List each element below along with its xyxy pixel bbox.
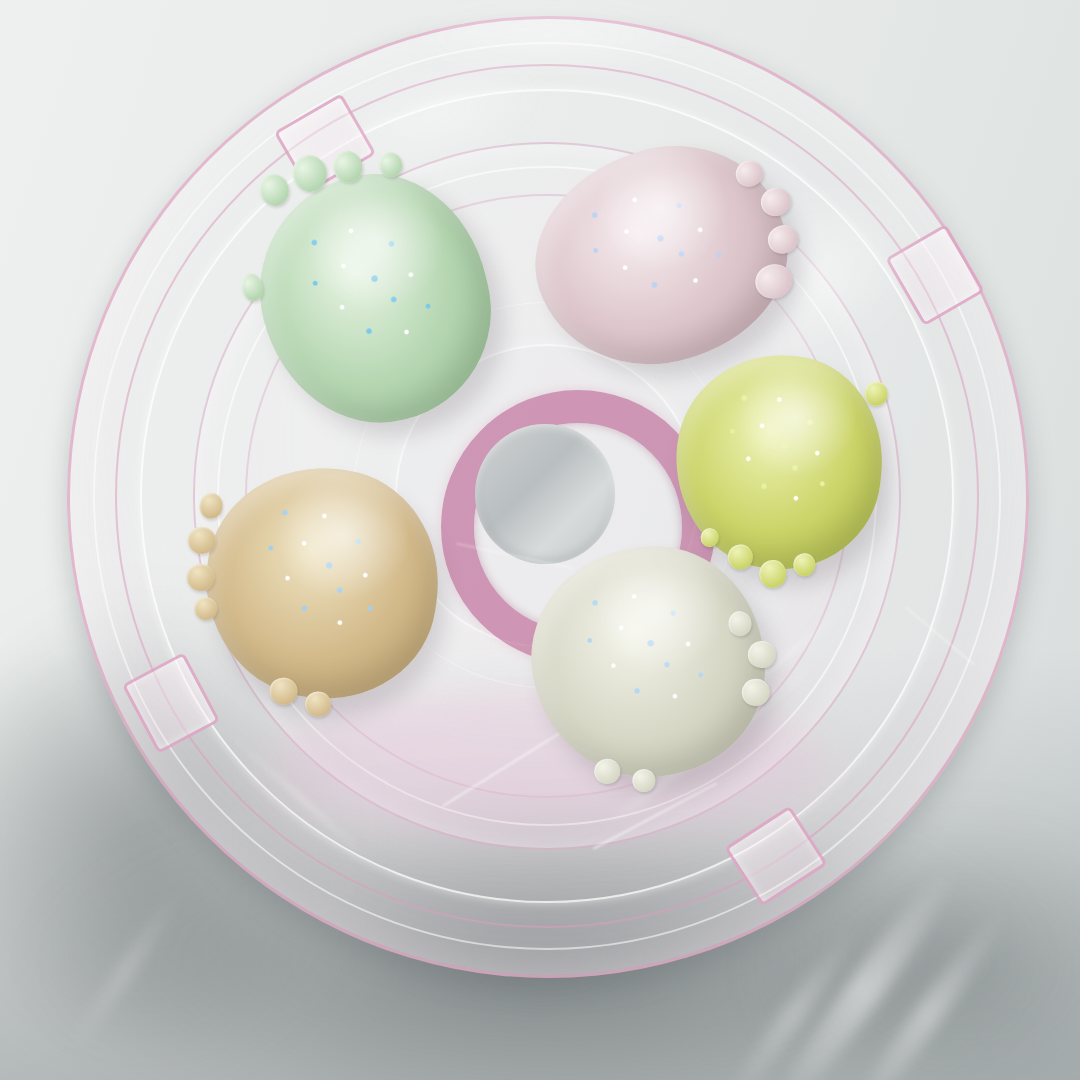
photo-scene: [0, 0, 1080, 1080]
specular-glow: [400, 0, 700, 70]
hub-center-disc: [475, 424, 615, 564]
